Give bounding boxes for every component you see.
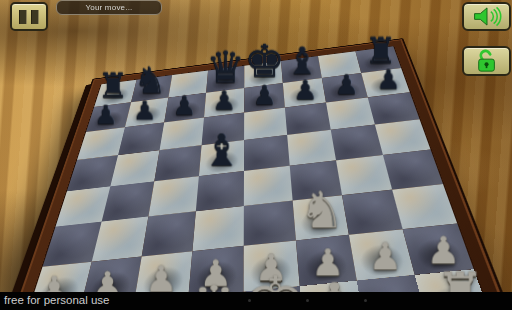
nav-dot (364, 299, 367, 302)
board-cell[interactable] (287, 130, 336, 166)
board-cell[interactable] (196, 171, 244, 211)
black-pawn-piece[interactable]: ♟ (244, 82, 285, 109)
pause-icon (19, 10, 27, 24)
lock-button[interactable] (462, 46, 511, 76)
white-pawn-piece[interactable]: ♟ (357, 238, 414, 275)
board-cell[interactable] (118, 122, 164, 155)
watermark-text: free for personal use (4, 294, 109, 306)
board-cell[interactable]: ♟ (244, 83, 285, 113)
board-cell[interactable] (110, 150, 159, 186)
nav-dot (306, 299, 309, 302)
board-cell[interactable] (368, 92, 420, 124)
board-cell[interactable] (285, 102, 331, 134)
nav-dot (248, 299, 251, 302)
open-padlock-icon (471, 49, 503, 73)
black-queen-piece[interactable]: ♛ (206, 46, 245, 90)
status-toast: Your move... (56, 0, 162, 15)
pause-button[interactable] (10, 2, 48, 31)
black-pawn-piece[interactable]: ♟ (326, 72, 367, 99)
board-cell[interactable]: ♞ (293, 195, 349, 240)
speaker-icon (470, 6, 504, 27)
black-pawn-piece[interactable]: ♟ (164, 92, 205, 118)
board-wrap: ♜♞♛♚♝♜♟♟♟♟♟♟♟♟♝♞♟♟♟♟♟♟♟♟♜♞♝♛♚♝♜ (10, 46, 492, 310)
black-pawn-piece[interactable]: ♟ (125, 97, 165, 123)
board-cell[interactable] (192, 206, 244, 251)
bottom-bar: free for personal use (0, 292, 512, 310)
black-king-piece[interactable]: ♚ (244, 39, 283, 85)
sound-button[interactable] (462, 2, 511, 31)
black-pawn-piece[interactable]: ♟ (204, 87, 245, 114)
board-cell[interactable] (148, 176, 198, 216)
board-cell[interactable] (244, 108, 287, 141)
white-knight-piece[interactable]: ♞ (296, 185, 349, 236)
board-cell[interactable] (244, 135, 290, 171)
board-cell[interactable] (154, 145, 201, 181)
black-pawn-piece[interactable]: ♟ (367, 66, 409, 93)
black-bishop-piece[interactable]: ♝ (199, 128, 245, 172)
scene-3d: ♜♞♛♚♝♜♟♟♟♟♟♟♟♟♝♞♟♟♟♟♟♟♟♟♜♞♝♛♚♝♜ (0, 0, 512, 310)
board-cell[interactable] (331, 124, 383, 160)
app-screen: ♜♞♛♚♝♜♟♟♟♟♟♟♟♟♝♞♟♟♟♟♟♟♟♟♜♞♝♛♚♝♜ Your mov… (0, 0, 512, 310)
black-pawn-piece[interactable]: ♟ (285, 77, 326, 104)
board-cell[interactable] (142, 211, 196, 256)
board-cell[interactable] (244, 166, 293, 206)
black-pawn-piece[interactable]: ♟ (86, 102, 126, 128)
pause-icon (31, 10, 39, 24)
